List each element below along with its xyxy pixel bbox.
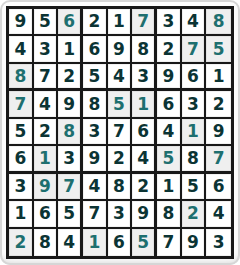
cell-r6c6[interactable]: 4 xyxy=(132,146,157,173)
cell-r4c5[interactable]: 5 xyxy=(108,91,133,118)
cell-r2c2[interactable]: 3 xyxy=(34,36,59,63)
cell-r3c4[interactable]: 5 xyxy=(83,64,108,91)
cell-r7c1[interactable]: 3 xyxy=(9,174,34,201)
cell-r5c5[interactable]: 7 xyxy=(108,119,133,146)
cell-r3c3[interactable]: 2 xyxy=(58,64,83,91)
cell-r6c9[interactable]: 7 xyxy=(206,146,231,173)
cell-r2c8[interactable]: 7 xyxy=(182,36,207,63)
cell-r1c2[interactable]: 5 xyxy=(34,9,59,36)
cell-r4c8[interactable]: 3 xyxy=(182,91,207,118)
cell-r3c5[interactable]: 4 xyxy=(108,64,133,91)
cell-r1c4[interactable]: 2 xyxy=(83,9,108,36)
cell-r1c1[interactable]: 9 xyxy=(9,9,34,36)
cell-r8c8[interactable]: 2 xyxy=(182,201,207,228)
cell-r7c3[interactable]: 7 xyxy=(58,174,83,201)
cell-r6c2[interactable]: 1 xyxy=(34,146,59,173)
cell-r9c7[interactable]: 7 xyxy=(157,229,182,256)
cell-r5c9[interactable]: 9 xyxy=(206,119,231,146)
cell-r3c6[interactable]: 3 xyxy=(132,64,157,91)
cell-r8c7[interactable]: 8 xyxy=(157,201,182,228)
cell-r5c2[interactable]: 2 xyxy=(34,119,59,146)
cell-r8c1[interactable]: 1 xyxy=(9,201,34,228)
cell-r7c8[interactable]: 5 xyxy=(182,174,207,201)
cell-r4c2[interactable]: 4 xyxy=(34,91,59,118)
cell-r9c4[interactable]: 1 xyxy=(83,229,108,256)
cell-r8c5[interactable]: 3 xyxy=(108,201,133,228)
cell-r5c6[interactable]: 6 xyxy=(132,119,157,146)
cell-r9c2[interactable]: 8 xyxy=(34,229,59,256)
cell-r4c1[interactable]: 7 xyxy=(9,91,34,118)
cell-r2c6[interactable]: 8 xyxy=(132,36,157,63)
cell-r5c3[interactable]: 8 xyxy=(58,119,83,146)
cell-r7c2[interactable]: 9 xyxy=(34,174,59,201)
cell-r5c4[interactable]: 3 xyxy=(83,119,108,146)
cell-r1c5[interactable]: 1 xyxy=(108,9,133,36)
cell-r6c3[interactable]: 3 xyxy=(58,146,83,173)
sudoku-board: 9562173484316982758725439617498516325283… xyxy=(6,6,234,259)
cell-r3c1[interactable]: 8 xyxy=(9,64,34,91)
cell-r3c7[interactable]: 9 xyxy=(157,64,182,91)
cell-r3c2[interactable]: 7 xyxy=(34,64,59,91)
cell-r5c7[interactable]: 4 xyxy=(157,119,182,146)
cell-r8c9[interactable]: 4 xyxy=(206,201,231,228)
cell-r8c4[interactable]: 7 xyxy=(83,201,108,228)
cell-r9c1[interactable]: 2 xyxy=(9,229,34,256)
cell-r4c7[interactable]: 6 xyxy=(157,91,182,118)
cell-r5c8[interactable]: 1 xyxy=(182,119,207,146)
cell-r8c6[interactable]: 9 xyxy=(132,201,157,228)
cell-r6c7[interactable]: 5 xyxy=(157,146,182,173)
cell-r2c1[interactable]: 4 xyxy=(9,36,34,63)
cell-r1c8[interactable]: 4 xyxy=(182,9,207,36)
cell-r7c6[interactable]: 2 xyxy=(132,174,157,201)
cell-r9c9[interactable]: 3 xyxy=(206,229,231,256)
cell-r6c5[interactable]: 2 xyxy=(108,146,133,173)
cell-r8c3[interactable]: 5 xyxy=(58,201,83,228)
cell-r4c9[interactable]: 2 xyxy=(206,91,231,118)
cell-r1c9[interactable]: 8 xyxy=(206,9,231,36)
cell-r2c5[interactable]: 9 xyxy=(108,36,133,63)
cell-r6c1[interactable]: 6 xyxy=(9,146,34,173)
cell-r6c4[interactable]: 9 xyxy=(83,146,108,173)
cell-r7c9[interactable]: 6 xyxy=(206,174,231,201)
cell-r4c6[interactable]: 1 xyxy=(132,91,157,118)
cell-r2c3[interactable]: 1 xyxy=(58,36,83,63)
app-window: 9562173484316982758725439617498516325283… xyxy=(0,0,240,265)
cell-r2c7[interactable]: 2 xyxy=(157,36,182,63)
cell-r9c5[interactable]: 6 xyxy=(108,229,133,256)
cell-r1c6[interactable]: 7 xyxy=(132,9,157,36)
cell-r6c8[interactable]: 8 xyxy=(182,146,207,173)
cell-r7c7[interactable]: 1 xyxy=(157,174,182,201)
cell-r1c7[interactable]: 3 xyxy=(157,9,182,36)
cell-r2c4[interactable]: 6 xyxy=(83,36,108,63)
cell-r4c3[interactable]: 9 xyxy=(58,91,83,118)
cell-r5c1[interactable]: 5 xyxy=(9,119,34,146)
cell-r9c6[interactable]: 5 xyxy=(132,229,157,256)
cell-r9c8[interactable]: 9 xyxy=(182,229,207,256)
cell-r9c3[interactable]: 4 xyxy=(58,229,83,256)
cell-r7c5[interactable]: 8 xyxy=(108,174,133,201)
cell-r4c4[interactable]: 8 xyxy=(83,91,108,118)
cell-r1c3[interactable]: 6 xyxy=(58,9,83,36)
cell-r7c4[interactable]: 4 xyxy=(83,174,108,201)
cell-r2c9[interactable]: 5 xyxy=(206,36,231,63)
cell-r8c2[interactable]: 6 xyxy=(34,201,59,228)
cell-r3c8[interactable]: 6 xyxy=(182,64,207,91)
cell-r3c9[interactable]: 1 xyxy=(206,64,231,91)
